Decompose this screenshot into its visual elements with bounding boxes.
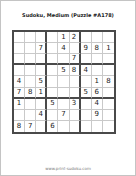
sudoku-cell-r6c3[interactable]: 1 [36, 88, 47, 99]
sudoku-cell-r7c9[interactable] [103, 99, 114, 110]
sudoku-page: Sudoku, Medium (Puzzle #A178) 1274981758… [0, 0, 136, 176]
sudoku-cell-r4c8[interactable] [92, 65, 103, 76]
sudoku-cell-r3c4[interactable] [47, 54, 58, 65]
sudoku-cell-r9c1[interactable]: 8 [14, 121, 25, 132]
sudoku-cell-r3c5[interactable] [58, 54, 69, 65]
sudoku-cell-r1c4[interactable] [47, 32, 58, 43]
sudoku-cell-r5c7[interactable] [81, 76, 92, 87]
sudoku-cell-r5c3[interactable]: 5 [36, 76, 47, 87]
sudoku-cell-r2c4[interactable] [47, 43, 58, 54]
footer-url: www.print-sudoku.com [1, 166, 135, 171]
sudoku-cell-r5c1[interactable]: 4 [14, 76, 25, 87]
sudoku-cell-r6c2[interactable]: 8 [25, 88, 36, 99]
sudoku-cell-r2c1[interactable] [14, 43, 25, 54]
sudoku-cell-r4c5[interactable]: 5 [58, 65, 69, 76]
sudoku-cell-r8c8[interactable]: 9 [92, 110, 103, 121]
sudoku-cell-r8c5[interactable]: 7 [58, 110, 69, 121]
sudoku-cell-r1c3[interactable] [36, 32, 47, 43]
sudoku-cell-r6c9[interactable] [103, 88, 114, 99]
sudoku-cell-r6c1[interactable]: 7 [14, 88, 25, 99]
sudoku-cell-r7c4[interactable]: 5 [47, 99, 58, 110]
sudoku-cell-r1c1[interactable] [14, 32, 25, 43]
sudoku-cell-r7c5[interactable] [58, 99, 69, 110]
sudoku-cell-r5c6[interactable] [70, 76, 81, 87]
sudoku-cell-r4c6[interactable]: 8 [70, 65, 81, 76]
sudoku-cell-r7c1[interactable]: 1 [14, 99, 25, 110]
sudoku-cell-r7c6[interactable]: 3 [70, 99, 81, 110]
sudoku-cell-r8c7[interactable] [81, 110, 92, 121]
sudoku-cell-r9c4[interactable]: 6 [47, 121, 58, 132]
sudoku-cell-r4c3[interactable] [36, 65, 47, 76]
sudoku-cell-r3c9[interactable] [103, 54, 114, 65]
sudoku-cell-r9c5[interactable] [58, 121, 69, 132]
sudoku-cell-r8c9[interactable] [103, 110, 114, 121]
sudoku-cell-r8c3[interactable]: 4 [36, 110, 47, 121]
sudoku-cell-r1c2[interactable] [25, 32, 36, 43]
puzzle-title: Sudoku, Medium (Puzzle #A178) [1, 12, 135, 18]
sudoku-cell-r2c9[interactable]: 1 [103, 43, 114, 54]
sudoku-cell-r2c8[interactable]: 8 [92, 43, 103, 54]
sudoku-grid: 127498175844518781561534479876 [12, 30, 116, 134]
sudoku-cell-r9c7[interactable] [81, 121, 92, 132]
sudoku-cell-r8c1[interactable] [14, 110, 25, 121]
sudoku-cell-r8c2[interactable] [25, 110, 36, 121]
sudoku-cell-r8c4[interactable] [47, 110, 58, 121]
sudoku-cell-r1c5[interactable]: 1 [58, 32, 69, 43]
sudoku-cell-r8c6[interactable] [70, 110, 81, 121]
sudoku-cell-r6c5[interactable] [58, 88, 69, 99]
sudoku-cell-r5c9[interactable]: 8 [103, 76, 114, 87]
sudoku-cell-r1c6[interactable]: 2 [70, 32, 81, 43]
sudoku-cell-r3c3[interactable] [36, 54, 47, 65]
sudoku-cell-r9c3[interactable] [36, 121, 47, 132]
sudoku-cell-r6c4[interactable] [47, 88, 58, 99]
sudoku-cell-r1c9[interactable] [103, 32, 114, 43]
sudoku-cell-r2c5[interactable]: 4 [58, 43, 69, 54]
sudoku-cell-r2c7[interactable]: 9 [81, 43, 92, 54]
sudoku-cell-r3c7[interactable] [81, 54, 92, 65]
sudoku-cell-r3c8[interactable] [92, 54, 103, 65]
sudoku-cell-r1c7[interactable] [81, 32, 92, 43]
sudoku-cell-r3c6[interactable]: 7 [70, 54, 81, 65]
sudoku-cell-r9c6[interactable] [70, 121, 81, 132]
sudoku-cell-r7c2[interactable] [25, 99, 36, 110]
sudoku-cell-r4c4[interactable] [47, 65, 58, 76]
sudoku-cell-r5c5[interactable] [58, 76, 69, 87]
sudoku-cell-r2c6[interactable] [70, 43, 81, 54]
sudoku-cell-r3c1[interactable] [14, 54, 25, 65]
sudoku-cell-r7c3[interactable] [36, 99, 47, 110]
sudoku-cell-r6c8[interactable]: 6 [92, 88, 103, 99]
sudoku-cell-r1c8[interactable] [92, 32, 103, 43]
sudoku-cell-r3c2[interactable] [25, 54, 36, 65]
sudoku-cell-r7c8[interactable]: 4 [92, 99, 103, 110]
sudoku-cell-r9c9[interactable] [103, 121, 114, 132]
sudoku-cell-r4c7[interactable]: 4 [81, 65, 92, 76]
sudoku-cell-r6c7[interactable]: 5 [81, 88, 92, 99]
sudoku-cell-r5c8[interactable]: 1 [92, 76, 103, 87]
sudoku-cell-r5c2[interactable] [25, 76, 36, 87]
sudoku-cell-r9c2[interactable]: 7 [25, 121, 36, 132]
sudoku-cell-r5c4[interactable] [47, 76, 58, 87]
sudoku-cell-r7c7[interactable] [81, 99, 92, 110]
sudoku-cell-r4c9[interactable] [103, 65, 114, 76]
sudoku-cell-r4c1[interactable] [14, 65, 25, 76]
sudoku-cell-r4c2[interactable] [25, 65, 36, 76]
sudoku-cell-r2c3[interactable]: 7 [36, 43, 47, 54]
sudoku-cell-r6c6[interactable] [70, 88, 81, 99]
sudoku-cell-r2c2[interactable] [25, 43, 36, 54]
sudoku-cell-r9c8[interactable] [92, 121, 103, 132]
